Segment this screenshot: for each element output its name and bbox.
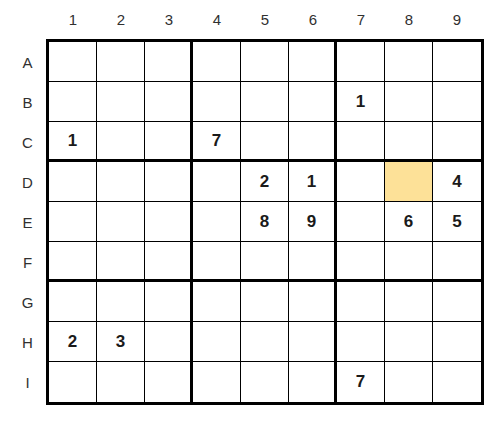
cell-I9[interactable] xyxy=(433,362,481,402)
cell-D1[interactable] xyxy=(49,162,97,202)
col-label-9: 9 xyxy=(433,0,481,39)
cell-H7[interactable] xyxy=(337,322,385,362)
cell-F1[interactable] xyxy=(49,242,97,282)
cell-E3[interactable] xyxy=(145,202,193,242)
cell-G9[interactable] xyxy=(433,282,481,322)
board: 1172148965237 xyxy=(46,39,484,405)
cell-A4[interactable] xyxy=(193,42,241,82)
cell-C5[interactable] xyxy=(241,122,289,162)
cell-E6[interactable]: 9 xyxy=(289,202,337,242)
cell-G5[interactable] xyxy=(241,282,289,322)
cell-B1[interactable] xyxy=(49,82,97,122)
cell-H9[interactable] xyxy=(433,322,481,362)
cell-B3[interactable] xyxy=(145,82,193,122)
cell-E5[interactable]: 8 xyxy=(241,202,289,242)
cell-I8[interactable] xyxy=(385,362,433,402)
cell-F2[interactable] xyxy=(97,242,145,282)
cell-B4[interactable] xyxy=(193,82,241,122)
cell-C9[interactable] xyxy=(433,122,481,162)
cell-H2[interactable]: 3 xyxy=(97,322,145,362)
cell-B6[interactable] xyxy=(289,82,337,122)
cell-I5[interactable] xyxy=(241,362,289,402)
col-label-6: 6 xyxy=(289,0,337,39)
cell-A6[interactable] xyxy=(289,42,337,82)
cell-C4[interactable]: 7 xyxy=(193,122,241,162)
cell-G2[interactable] xyxy=(97,282,145,322)
cell-D2[interactable] xyxy=(97,162,145,202)
cell-D6[interactable]: 1 xyxy=(289,162,337,202)
cell-A8[interactable] xyxy=(385,42,433,82)
cell-F8[interactable] xyxy=(385,242,433,282)
cell-A2[interactable] xyxy=(97,42,145,82)
cell-B5[interactable] xyxy=(241,82,289,122)
cell-E2[interactable] xyxy=(97,202,145,242)
col-label-1: 1 xyxy=(49,0,97,39)
cell-B8[interactable] xyxy=(385,82,433,122)
cell-I4[interactable] xyxy=(193,362,241,402)
cell-I6[interactable] xyxy=(289,362,337,402)
cell-G4[interactable] xyxy=(193,282,241,322)
cell-C3[interactable] xyxy=(145,122,193,162)
cell-D3[interactable] xyxy=(145,162,193,202)
cell-E4[interactable] xyxy=(193,202,241,242)
col-label-5: 5 xyxy=(241,0,289,39)
column-labels: 123456789 xyxy=(49,0,481,39)
cell-F5[interactable] xyxy=(241,242,289,282)
cell-F6[interactable] xyxy=(289,242,337,282)
cell-H3[interactable] xyxy=(145,322,193,362)
cell-I2[interactable] xyxy=(97,362,145,402)
cell-F7[interactable] xyxy=(337,242,385,282)
cell-H1[interactable]: 2 xyxy=(49,322,97,362)
cell-F3[interactable] xyxy=(145,242,193,282)
cell-G7[interactable] xyxy=(337,282,385,322)
cell-A1[interactable] xyxy=(49,42,97,82)
cell-H4[interactable] xyxy=(193,322,241,362)
cell-H5[interactable] xyxy=(241,322,289,362)
cell-E7[interactable] xyxy=(337,202,385,242)
cell-I3[interactable] xyxy=(145,362,193,402)
cell-A5[interactable] xyxy=(241,42,289,82)
cell-C8[interactable] xyxy=(385,122,433,162)
cell-B2[interactable] xyxy=(97,82,145,122)
cell-F4[interactable] xyxy=(193,242,241,282)
cell-A7[interactable] xyxy=(337,42,385,82)
cell-D7[interactable] xyxy=(337,162,385,202)
cell-E9[interactable]: 5 xyxy=(433,202,481,242)
cell-D9[interactable]: 4 xyxy=(433,162,481,202)
cell-E1[interactable] xyxy=(49,202,97,242)
cell-A9[interactable] xyxy=(433,42,481,82)
cell-G1[interactable] xyxy=(49,282,97,322)
col-label-8: 8 xyxy=(385,0,433,39)
col-label-3: 3 xyxy=(145,0,193,39)
cell-D5[interactable]: 2 xyxy=(241,162,289,202)
cell-C6[interactable] xyxy=(289,122,337,162)
cell-A3[interactable] xyxy=(145,42,193,82)
cell-D8[interactable] xyxy=(385,162,433,202)
cell-I7[interactable]: 7 xyxy=(337,362,385,402)
cell-E8[interactable]: 6 xyxy=(385,202,433,242)
col-label-7: 7 xyxy=(337,0,385,39)
cell-G3[interactable] xyxy=(145,282,193,322)
cell-G6[interactable] xyxy=(289,282,337,322)
cell-B7[interactable]: 1 xyxy=(337,82,385,122)
cell-C1[interactable]: 1 xyxy=(49,122,97,162)
cell-B9[interactable] xyxy=(433,82,481,122)
cell-G8[interactable] xyxy=(385,282,433,322)
cell-H6[interactable] xyxy=(289,322,337,362)
col-label-4: 4 xyxy=(193,0,241,39)
cell-C2[interactable] xyxy=(97,122,145,162)
col-label-2: 2 xyxy=(97,0,145,39)
cell-F9[interactable] xyxy=(433,242,481,282)
cell-I1[interactable] xyxy=(49,362,97,402)
cell-D4[interactable] xyxy=(193,162,241,202)
cell-H8[interactable] xyxy=(385,322,433,362)
puzzle-page: 123456789 ABCDEFGHI 1172148965237 xyxy=(0,0,501,430)
cell-C7[interactable] xyxy=(337,122,385,162)
